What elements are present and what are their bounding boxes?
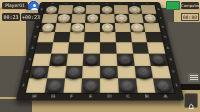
square-f4[interactable] <box>67 42 84 53</box>
square-d2[interactable] <box>100 65 118 78</box>
person-icon <box>33 4 37 8</box>
dark-piece-d2[interactable] <box>102 67 116 77</box>
square-g1[interactable] <box>44 79 64 93</box>
square-c2[interactable] <box>117 65 135 78</box>
dark-piece-f2[interactable] <box>67 67 81 77</box>
home-icon: ⌂ <box>188 101 194 111</box>
square-c3[interactable] <box>116 53 134 65</box>
player-clock: 00:23 <box>2 13 20 22</box>
square-g6[interactable] <box>55 22 71 32</box>
square-e7[interactable] <box>85 14 100 23</box>
light-piece-f6[interactable] <box>72 23 84 30</box>
computer-clock: 00:00 <box>181 13 199 21</box>
player-bonus-clock: +00:23 <box>21 13 41 22</box>
square-f6[interactable] <box>70 22 86 32</box>
light-piece-d8[interactable] <box>101 6 112 12</box>
square-g5[interactable] <box>53 32 70 42</box>
dark-piece-a3[interactable] <box>151 55 166 64</box>
light-piece-h6[interactable] <box>41 23 54 30</box>
square-c7[interactable] <box>114 14 129 23</box>
light-piece-h8[interactable] <box>45 6 57 12</box>
board-grid <box>26 5 174 93</box>
light-piece-b6[interactable] <box>131 23 144 30</box>
light-piece-b8[interactable] <box>129 6 141 12</box>
square-e3[interactable] <box>83 53 100 65</box>
square-e2[interactable] <box>82 65 100 78</box>
square-b6[interactable] <box>129 22 145 32</box>
square-e5[interactable] <box>84 32 100 42</box>
square-c1[interactable] <box>118 79 137 93</box>
square-d1[interactable] <box>100 79 119 93</box>
dark-piece-g1[interactable] <box>47 80 63 91</box>
square-g8[interactable] <box>58 5 73 13</box>
menu-button[interactable] <box>188 73 199 82</box>
square-c8[interactable] <box>114 5 129 13</box>
dark-piece-g3[interactable] <box>51 55 65 64</box>
square-d3[interactable] <box>100 53 117 65</box>
square-b5[interactable] <box>130 32 147 42</box>
dark-piece-e3[interactable] <box>85 55 98 64</box>
light-piece-d6[interactable] <box>102 23 114 30</box>
computer-avatar[interactable] <box>166 1 180 10</box>
dark-piece-e1[interactable] <box>84 80 98 91</box>
square-b7[interactable] <box>128 14 144 23</box>
light-piece-g7[interactable] <box>58 14 70 21</box>
dark-piece-a1[interactable] <box>155 80 171 91</box>
square-c6[interactable] <box>115 22 131 32</box>
square-d4[interactable] <box>100 42 116 53</box>
square-f2[interactable] <box>64 65 82 78</box>
square-e8[interactable] <box>86 5 100 13</box>
light-piece-f8[interactable] <box>73 6 84 12</box>
square-f1[interactable] <box>63 79 82 93</box>
square-e6[interactable] <box>85 22 100 32</box>
player-name-label: Player01 <box>2 2 28 9</box>
computer-name-label: Computer <box>181 2 199 9</box>
home-button[interactable]: ⌂ <box>184 93 198 108</box>
light-piece-e7[interactable] <box>87 14 98 21</box>
light-piece-c7[interactable] <box>116 14 128 21</box>
square-d7[interactable] <box>100 14 115 23</box>
square-g3[interactable] <box>49 53 67 65</box>
dark-piece-b2[interactable] <box>136 67 151 77</box>
light-piece-a7[interactable] <box>144 14 157 21</box>
dark-piece-h2[interactable] <box>31 67 47 77</box>
square-e4[interactable] <box>84 42 100 53</box>
square-e1[interactable] <box>81 79 100 93</box>
file-labels-bottom: HGFEDCBA <box>24 94 175 100</box>
square-f5[interactable] <box>69 32 85 42</box>
table-mat-corner <box>0 99 32 112</box>
square-g2[interactable] <box>47 65 66 78</box>
dark-piece-c1[interactable] <box>120 80 135 91</box>
square-c5[interactable] <box>115 32 131 42</box>
square-b3[interactable] <box>133 53 151 65</box>
square-d8[interactable] <box>100 5 114 13</box>
square-c4[interactable] <box>116 42 133 53</box>
hamburger-icon <box>190 75 198 76</box>
square-d5[interactable] <box>100 32 116 42</box>
square-g7[interactable] <box>56 14 72 23</box>
file-labels-top: HGFEDCBA <box>46 2 155 5</box>
square-f3[interactable] <box>66 53 84 65</box>
square-b8[interactable] <box>127 5 142 13</box>
game-screen: HGFEDCBA HGFEDCBA 87654321 87654321 Play… <box>0 0 200 112</box>
square-b2[interactable] <box>134 65 153 78</box>
square-f8[interactable] <box>72 5 87 13</box>
dark-piece-c3[interactable] <box>118 55 132 64</box>
square-d6[interactable] <box>100 22 115 32</box>
square-g4[interactable] <box>51 42 69 53</box>
square-f7[interactable] <box>71 14 86 23</box>
square-b4[interactable] <box>131 42 149 53</box>
